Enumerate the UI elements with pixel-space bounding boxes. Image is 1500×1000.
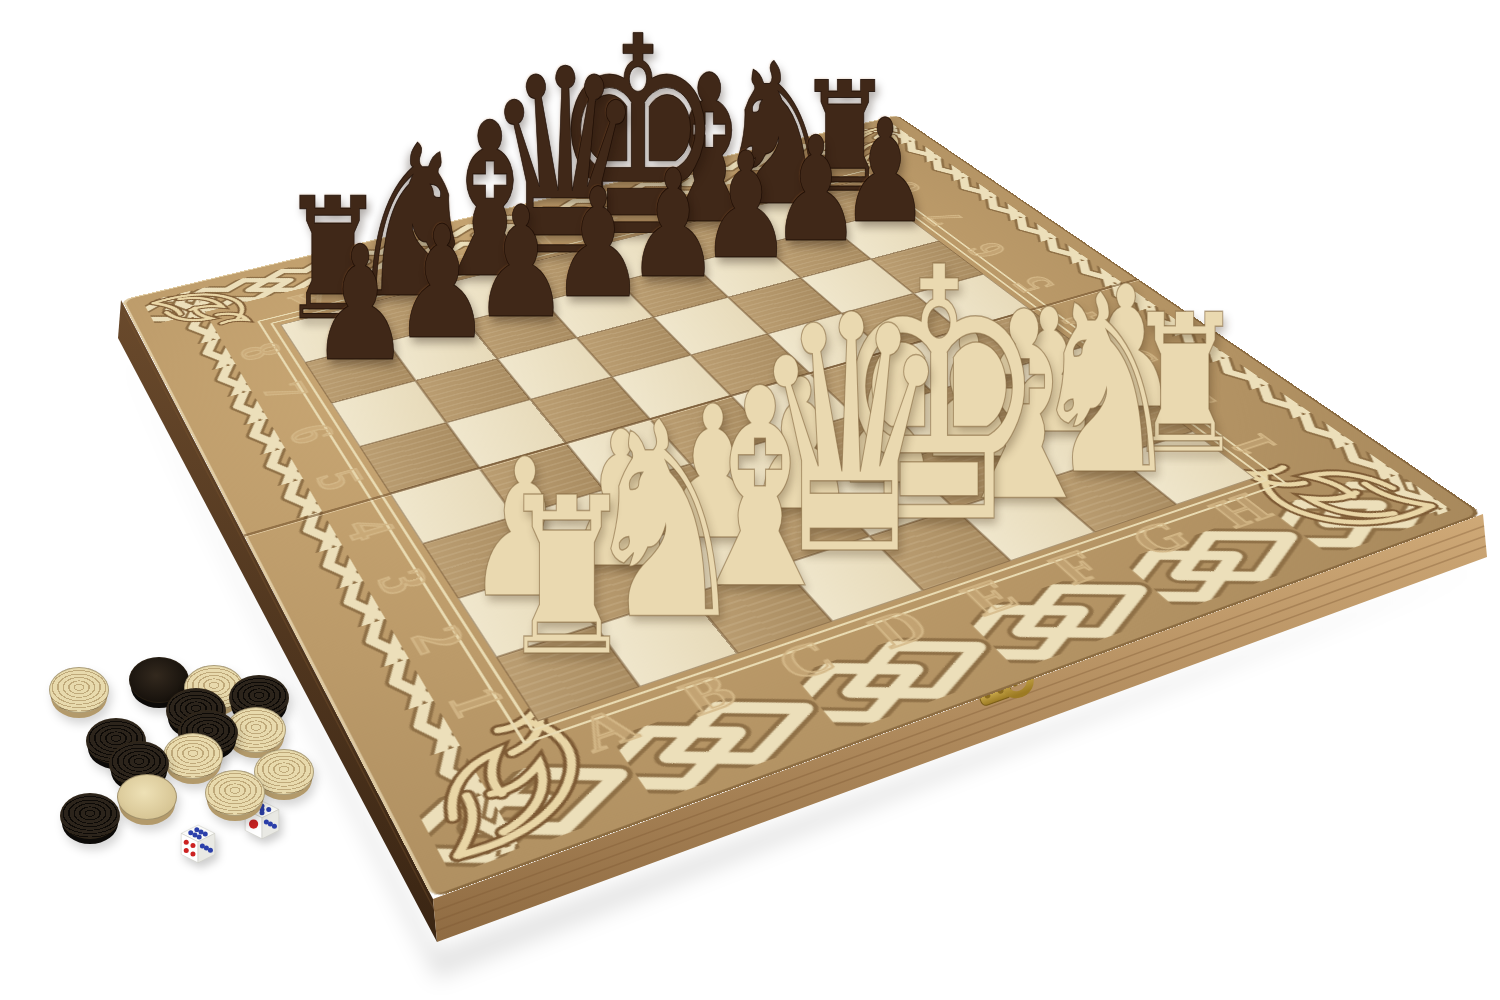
product-photo-scene: AA11BB22CC33DD44EE55FF66GG77HH88 ♜♞♝♛♚♝♞… — [0, 0, 1500, 1000]
checker-disc-light[interactable] — [117, 774, 177, 820]
checker-disc-dark[interactable] — [60, 793, 120, 839]
checker-disc-light[interactable] — [49, 667, 109, 713]
checkers-and-dice-tray — [0, 0, 1500, 1000]
checker-disc-light[interactable] — [163, 733, 223, 779]
checker-disc-light[interactable] — [205, 770, 265, 816]
